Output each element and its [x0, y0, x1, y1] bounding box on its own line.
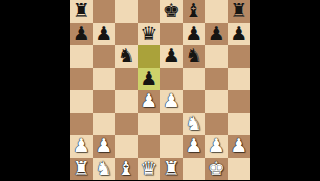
square-f6[interactable]: ♞	[183, 45, 206, 68]
square-d4[interactable]: ♟	[138, 90, 161, 113]
black-knight-piece[interactable]: ♞	[185, 44, 202, 67]
square-d3[interactable]	[138, 113, 161, 136]
black-pawn-piece[interactable]: ♟	[163, 44, 180, 67]
white-pawn-piece[interactable]: ♟	[163, 89, 180, 112]
square-f5[interactable]	[183, 68, 206, 91]
square-b8[interactable]	[93, 0, 116, 23]
square-e8[interactable]: ♚	[160, 0, 183, 23]
square-c6[interactable]: ♞	[115, 45, 138, 68]
square-e4[interactable]: ♟	[160, 90, 183, 113]
square-e6[interactable]: ♟	[160, 45, 183, 68]
square-f4[interactable]	[183, 90, 206, 113]
square-e3[interactable]	[160, 113, 183, 136]
square-b7[interactable]: ♟	[93, 23, 116, 46]
square-h4[interactable]	[228, 90, 251, 113]
square-a1[interactable]: ♜	[70, 158, 93, 181]
square-c8[interactable]	[115, 0, 138, 23]
white-bishop-piece[interactable]: ♝	[118, 157, 135, 180]
square-c4[interactable]	[115, 90, 138, 113]
square-e2[interactable]	[160, 135, 183, 158]
square-h7[interactable]: ♟	[228, 23, 251, 46]
white-king-piece[interactable]: ♚	[208, 157, 225, 180]
square-c5[interactable]	[115, 68, 138, 91]
square-d5[interactable]: ♟	[138, 68, 161, 91]
square-a2[interactable]: ♟	[70, 135, 93, 158]
letterbox-left	[0, 0, 70, 180]
white-pawn-piece[interactable]: ♟	[208, 134, 225, 157]
white-knight-piece[interactable]: ♞	[95, 157, 112, 180]
square-g7[interactable]: ♟	[205, 23, 228, 46]
square-a3[interactable]	[70, 113, 93, 136]
square-g6[interactable]	[205, 45, 228, 68]
black-pawn-piece[interactable]: ♟	[95, 22, 112, 45]
white-rook-piece[interactable]: ♜	[163, 157, 180, 180]
black-knight-piece[interactable]: ♞	[118, 44, 135, 67]
black-bishop-piece[interactable]: ♝	[185, 0, 202, 22]
square-d2[interactable]	[138, 135, 161, 158]
square-a5[interactable]	[70, 68, 93, 91]
square-g1[interactable]: ♚	[205, 158, 228, 181]
white-rook-piece[interactable]: ♜	[73, 157, 90, 180]
square-b6[interactable]	[93, 45, 116, 68]
square-h8[interactable]: ♜	[228, 0, 251, 23]
black-pawn-piece[interactable]: ♟	[230, 22, 247, 45]
square-f7[interactable]: ♟	[183, 23, 206, 46]
square-b5[interactable]	[93, 68, 116, 91]
square-e1[interactable]: ♜	[160, 158, 183, 181]
square-e7[interactable]	[160, 23, 183, 46]
square-a6[interactable]	[70, 45, 93, 68]
square-a8[interactable]: ♜	[70, 0, 93, 23]
square-c7[interactable]	[115, 23, 138, 46]
square-f2[interactable]: ♟	[183, 135, 206, 158]
chess-board[interactable]: ♜♚♝♜♟♟♛♟♟♟♞♟♞♟♟♟♞♟♟♟♟♟♜♞♝♛♜♚	[70, 0, 250, 180]
square-c3[interactable]	[115, 113, 138, 136]
square-c1[interactable]: ♝	[115, 158, 138, 181]
square-d6[interactable]	[138, 45, 161, 68]
white-pawn-piece[interactable]: ♟	[185, 134, 202, 157]
square-g2[interactable]: ♟	[205, 135, 228, 158]
white-pawn-piece[interactable]: ♟	[73, 134, 90, 157]
letterbox-right	[250, 0, 320, 180]
black-queen-piece[interactable]: ♛	[140, 22, 157, 45]
white-pawn-piece[interactable]: ♟	[230, 134, 247, 157]
square-h3[interactable]	[228, 113, 251, 136]
square-b4[interactable]	[93, 90, 116, 113]
square-f8[interactable]: ♝	[183, 0, 206, 23]
square-b1[interactable]: ♞	[93, 158, 116, 181]
white-knight-piece[interactable]: ♞	[185, 112, 202, 135]
black-rook-piece[interactable]: ♜	[230, 0, 247, 22]
white-pawn-piece[interactable]: ♟	[140, 89, 157, 112]
square-h5[interactable]	[228, 68, 251, 91]
square-c2[interactable]	[115, 135, 138, 158]
square-g3[interactable]	[205, 113, 228, 136]
square-b3[interactable]	[93, 113, 116, 136]
square-a7[interactable]: ♟	[70, 23, 93, 46]
video-frame: ♜♚♝♜♟♟♛♟♟♟♞♟♞♟♟♟♞♟♟♟♟♟♜♞♝♛♜♚	[0, 0, 320, 180]
square-g5[interactable]	[205, 68, 228, 91]
black-pawn-piece[interactable]: ♟	[140, 67, 157, 90]
black-pawn-piece[interactable]: ♟	[73, 22, 90, 45]
white-queen-piece[interactable]: ♛	[140, 157, 157, 180]
black-pawn-piece[interactable]: ♟	[208, 22, 225, 45]
black-pawn-piece[interactable]: ♟	[185, 22, 202, 45]
white-pawn-piece[interactable]: ♟	[95, 134, 112, 157]
square-f3[interactable]: ♞	[183, 113, 206, 136]
square-g8[interactable]	[205, 0, 228, 23]
black-king-piece[interactable]: ♚	[163, 0, 180, 22]
square-a4[interactable]	[70, 90, 93, 113]
square-d1[interactable]: ♛	[138, 158, 161, 181]
square-g4[interactable]	[205, 90, 228, 113]
black-rook-piece[interactable]: ♜	[73, 0, 90, 22]
square-h6[interactable]	[228, 45, 251, 68]
square-d7[interactable]: ♛	[138, 23, 161, 46]
square-f1[interactable]	[183, 158, 206, 181]
square-e5[interactable]	[160, 68, 183, 91]
square-d8[interactable]	[138, 0, 161, 23]
square-h1[interactable]	[228, 158, 251, 181]
square-b2[interactable]: ♟	[93, 135, 116, 158]
square-h2[interactable]: ♟	[228, 135, 251, 158]
